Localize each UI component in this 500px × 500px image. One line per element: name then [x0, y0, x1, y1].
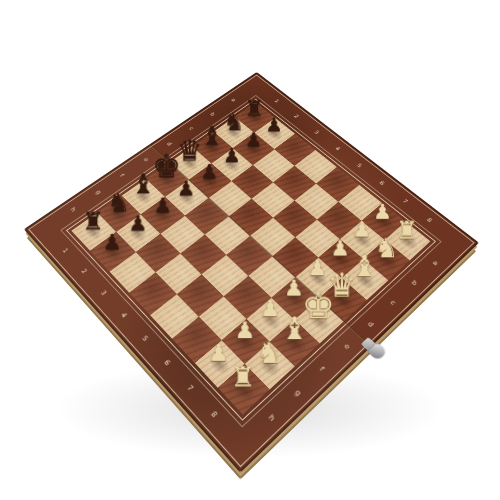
chess-board: ♜♟♟♜♞♟♟♞♝♟♟♝♛♟♟♛♚♟♟♚♝♟♟♝♞♟♟♞♜♟♟♜ aabbccd… [24, 72, 479, 473]
coord-label: 2 [293, 114, 300, 119]
coord-label: b [411, 280, 419, 287]
coord-label: 5 [356, 163, 363, 169]
coord-label: a [432, 260, 439, 267]
coord-label: a [230, 98, 237, 103]
coord-label: b [209, 112, 216, 117]
coord-label: 3 [313, 130, 320, 135]
product-photo: ♜♟♟♜♞♟♟♞♝♟♟♝♛♟♟♛♚♟♟♚♝♟♟♝♞♟♟♞♜♟♟♜ aabbccd… [0, 0, 500, 500]
coord-label: 1 [273, 99, 280, 104]
coord-label: c [389, 300, 396, 307]
coord-label: 8 [425, 217, 432, 223]
white-bishop: ♝ [365, 280, 391, 309]
coord-label: 7 [401, 198, 408, 204]
white-knight: ♞ [386, 260, 410, 287]
coord-label: 6 [378, 180, 385, 186]
coord-label: c [188, 126, 195, 131]
scene: ♜♟♟♜♞♟♟♞♝♟♟♝♛♟♟♛♚♟♟♚♝♟♟♝♞♟♟♞♜♟♟♜ aabbccd… [0, 0, 500, 500]
coord-label: 4 [334, 146, 341, 151]
chess-box: ♜♟♟♜♞♟♟♞♝♟♟♝♛♟♟♛♚♟♟♚♝♟♟♝♞♟♟♞♜♟♟♜ aabbccd… [24, 72, 479, 473]
coord-label: d [366, 321, 374, 328]
